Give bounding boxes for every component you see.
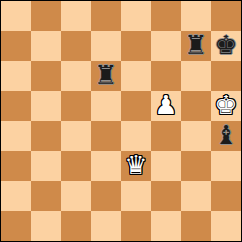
black-rook[interactable]: ♜: [91, 61, 121, 91]
square-d6[interactable]: ♜: [91, 61, 121, 91]
square-f8[interactable]: [151, 1, 181, 31]
square-f4[interactable]: [151, 121, 181, 151]
square-a4[interactable]: [1, 121, 31, 151]
white-pawn[interactable]: ♟: [151, 91, 181, 121]
square-g1[interactable]: [181, 211, 211, 241]
square-h8[interactable]: [211, 1, 241, 31]
square-c5[interactable]: [61, 91, 91, 121]
square-c2[interactable]: [61, 181, 91, 211]
square-g3[interactable]: [181, 151, 211, 181]
square-e3[interactable]: ♛: [121, 151, 151, 181]
square-d1[interactable]: [91, 211, 121, 241]
square-g8[interactable]: [181, 1, 211, 31]
white-king[interactable]: ♚: [211, 91, 241, 121]
square-e7[interactable]: [121, 31, 151, 61]
square-b1[interactable]: [31, 211, 61, 241]
square-c6[interactable]: [61, 61, 91, 91]
square-h5[interactable]: ♚: [211, 91, 241, 121]
square-g2[interactable]: [181, 181, 211, 211]
square-h4[interactable]: ♝: [211, 121, 241, 151]
square-b3[interactable]: [31, 151, 61, 181]
square-g7[interactable]: ♜: [181, 31, 211, 61]
square-d4[interactable]: [91, 121, 121, 151]
square-d7[interactable]: [91, 31, 121, 61]
square-c7[interactable]: [61, 31, 91, 61]
square-e2[interactable]: [121, 181, 151, 211]
square-f1[interactable]: [151, 211, 181, 241]
square-f5[interactable]: ♟: [151, 91, 181, 121]
square-a1[interactable]: [1, 211, 31, 241]
square-e8[interactable]: [121, 1, 151, 31]
square-d3[interactable]: [91, 151, 121, 181]
square-e1[interactable]: [121, 211, 151, 241]
black-bishop[interactable]: ♝: [211, 121, 241, 151]
square-b6[interactable]: [31, 61, 61, 91]
square-d5[interactable]: [91, 91, 121, 121]
square-a3[interactable]: [1, 151, 31, 181]
square-f2[interactable]: [151, 181, 181, 211]
square-e5[interactable]: [121, 91, 151, 121]
square-h3[interactable]: [211, 151, 241, 181]
white-queen[interactable]: ♛: [121, 151, 151, 181]
square-a2[interactable]: [1, 181, 31, 211]
black-rook[interactable]: ♜: [181, 31, 211, 61]
square-h6[interactable]: [211, 61, 241, 91]
square-c1[interactable]: [61, 211, 91, 241]
square-e6[interactable]: [121, 61, 151, 91]
square-c3[interactable]: [61, 151, 91, 181]
square-b5[interactable]: [31, 91, 61, 121]
square-a8[interactable]: [1, 1, 31, 31]
square-b2[interactable]: [31, 181, 61, 211]
square-f6[interactable]: [151, 61, 181, 91]
square-c8[interactable]: [61, 1, 91, 31]
square-g6[interactable]: [181, 61, 211, 91]
square-e4[interactable]: [121, 121, 151, 151]
square-b4[interactable]: [31, 121, 61, 151]
square-g5[interactable]: [181, 91, 211, 121]
square-g4[interactable]: [181, 121, 211, 151]
square-d2[interactable]: [91, 181, 121, 211]
square-b8[interactable]: [31, 1, 61, 31]
chess-board: ♜♚♜♟♚♝♛: [1, 1, 241, 241]
square-h2[interactable]: [211, 181, 241, 211]
square-a6[interactable]: [1, 61, 31, 91]
square-h1[interactable]: [211, 211, 241, 241]
chess-board-frame: ♜♚♜♟♚♝♛: [0, 0, 242, 242]
square-a7[interactable]: [1, 31, 31, 61]
square-f3[interactable]: [151, 151, 181, 181]
square-b7[interactable]: [31, 31, 61, 61]
square-h7[interactable]: ♚: [211, 31, 241, 61]
black-king[interactable]: ♚: [211, 31, 241, 61]
square-a5[interactable]: [1, 91, 31, 121]
square-d8[interactable]: [91, 1, 121, 31]
square-f7[interactable]: [151, 31, 181, 61]
square-c4[interactable]: [61, 121, 91, 151]
